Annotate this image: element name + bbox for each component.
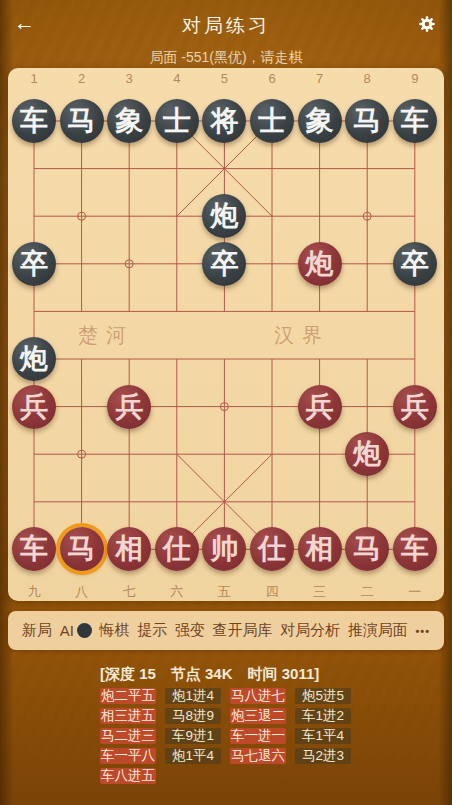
piece-red-highlighted[interactable]: 马 — [60, 527, 104, 571]
ai-black-dot-icon — [77, 623, 92, 638]
game-analysis-button[interactable]: 对局分析 — [280, 621, 340, 640]
bottom-toolbar: 新局 AI 悔棋 提示 强变 查开局库 对局分析 推演局面 ••• — [8, 611, 444, 650]
piece-black[interactable]: 车 — [393, 99, 437, 143]
file-cjk-label: 四 — [262, 583, 282, 601]
piece-red[interactable]: 兵 — [107, 385, 151, 429]
piece-red[interactable]: 相 — [298, 527, 342, 571]
engine-pv-moves: 炮二平五炮1进4马八进七炮5进5相三进五马8进9炮三退二车1进2马二进三车9进1… — [100, 688, 351, 784]
piece-black[interactable]: 士 — [250, 99, 294, 143]
file-number-label: 2 — [72, 71, 92, 86]
new-game-button[interactable]: 新局 — [22, 621, 52, 640]
move-chip-red[interactable]: 炮三退二 — [230, 708, 286, 724]
file-cjk-label: 一 — [405, 583, 425, 601]
piece-black[interactable]: 卒 — [12, 242, 56, 286]
piece-black[interactable]: 车 — [12, 99, 56, 143]
move-chip-red[interactable]: 相三进五 — [100, 708, 156, 724]
piece-black[interactable]: 象 — [107, 99, 151, 143]
more-button[interactable]: ••• — [415, 625, 430, 637]
file-cjk-label: 七 — [119, 583, 139, 601]
move-chip-black[interactable]: 马2进3 — [295, 748, 351, 764]
piece-red[interactable]: 兵 — [12, 385, 56, 429]
move-chip-red[interactable]: 车八进五 — [100, 768, 156, 784]
ai-side-toggle[interactable]: AI — [60, 622, 92, 639]
move-chip-black[interactable]: 炮5进5 — [295, 688, 351, 704]
file-cjk-label: 八 — [72, 583, 92, 601]
move-chip-black[interactable]: 马8进9 — [165, 708, 221, 724]
file-number-label: 9 — [405, 71, 425, 86]
file-number-label: 5 — [214, 71, 234, 86]
river-label-left: 楚河 — [78, 321, 188, 349]
piece-black[interactable]: 士 — [155, 99, 199, 143]
piece-black[interactable]: 卒 — [393, 242, 437, 286]
move-chip-red[interactable]: 车一平八 — [100, 748, 156, 764]
gear-icon[interactable] — [418, 15, 436, 37]
piece-red[interactable]: 兵 — [298, 385, 342, 429]
file-number-label: 1 — [24, 71, 44, 86]
piece-red[interactable]: 车 — [393, 527, 437, 571]
file-number-label: 7 — [310, 71, 330, 86]
piece-black[interactable]: 炮 — [12, 337, 56, 381]
piece-black[interactable]: 象 — [298, 99, 342, 143]
page-title: 对局练习 — [0, 13, 452, 39]
move-chip-red[interactable]: 马二进三 — [100, 728, 156, 744]
piece-red[interactable]: 仕 — [155, 527, 199, 571]
piece-black[interactable]: 马 — [60, 99, 104, 143]
file-cjk-label: 二 — [357, 583, 377, 601]
piece-red[interactable]: 炮 — [298, 242, 342, 286]
piece-red[interactable]: 兵 — [393, 385, 437, 429]
force-variation-button[interactable]: 强变 — [175, 621, 205, 640]
file-number-label: 3 — [119, 71, 139, 86]
file-number-label: 4 — [167, 71, 187, 86]
top-bar: ← 对局练习 — [0, 0, 452, 48]
file-cjk-label: 三 — [310, 583, 330, 601]
file-cjk-label: 六 — [167, 583, 187, 601]
move-chip-black[interactable]: 炮1进4 — [165, 688, 221, 704]
move-chip-red[interactable]: 马八进七 — [230, 688, 286, 704]
move-chip-black[interactable]: 车1进2 — [295, 708, 351, 724]
move-chip-black[interactable]: 车1平4 — [295, 728, 351, 744]
move-chip-black[interactable]: 炮1平4 — [165, 748, 221, 764]
move-chip-red[interactable]: 炮二平五 — [100, 688, 156, 704]
file-number-label: 8 — [357, 71, 377, 86]
piece-black[interactable]: 马 — [345, 99, 389, 143]
hint-button[interactable]: 提示 — [137, 621, 167, 640]
file-cjk-label: 五 — [214, 583, 234, 601]
undo-button[interactable]: 悔棋 — [100, 621, 130, 640]
xiangqi-board[interactable]: 123456789九八七六五四三二一 楚河 汉界 车马象士将士象马车炮卒卒炮卒炮… — [8, 68, 444, 601]
engine-stats: [深度 15 节点 34K 时间 3011] — [100, 665, 319, 684]
file-number-label: 6 — [262, 71, 282, 86]
river-label-right: 汉界 — [274, 321, 384, 349]
piece-black[interactable]: 卒 — [202, 242, 246, 286]
explore-position-button[interactable]: 推演局面 — [348, 621, 408, 640]
opening-book-button[interactable]: 查开局库 — [212, 621, 272, 640]
move-chip-red[interactable]: 车一进一 — [230, 728, 286, 744]
move-chip-red[interactable]: 马七退六 — [230, 748, 286, 764]
status-text: 局面 -551(黑优)，请走棋 — [0, 49, 452, 67]
file-cjk-label: 九 — [24, 583, 44, 601]
app-root: ← 对局练习 局面 -551(黑优)，请走棋 1234 — [0, 0, 452, 805]
move-chip-black[interactable]: 车9进1 — [165, 728, 221, 744]
